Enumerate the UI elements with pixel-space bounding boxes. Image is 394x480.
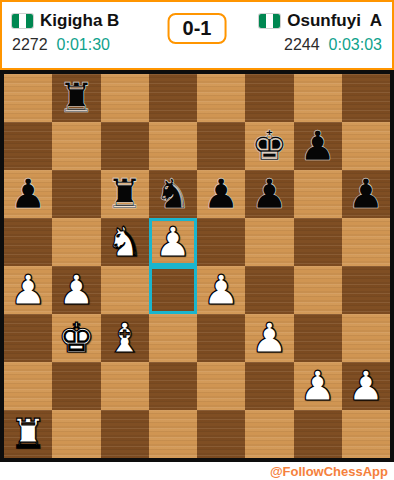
left-player-rating: 2272	[12, 36, 48, 54]
black-pawn-h6[interactable]: ♟	[347, 174, 384, 215]
right-player-panel: Osunfuyi A 2244 0:03:03	[259, 11, 382, 68]
game-header: Kigigha B 2272 0:01:30 0-1 Osunfuyi A 22…	[0, 0, 394, 70]
square-b1[interactable]	[52, 410, 100, 458]
white-pawn-d5[interactable]: ♟	[154, 222, 191, 263]
square-f6[interactable]: ♟	[245, 170, 293, 218]
square-h3[interactable]	[342, 314, 390, 362]
square-b8[interactable]: ♜	[52, 74, 100, 122]
square-c2[interactable]	[101, 362, 149, 410]
square-b3[interactable]: ♚	[52, 314, 100, 362]
white-pawn-h2[interactable]: ♟	[347, 366, 384, 407]
black-pawn-f6[interactable]: ♟	[251, 174, 288, 215]
right-player-rating: 2244	[284, 36, 320, 54]
square-c1[interactable]	[101, 410, 149, 458]
white-king-b3[interactable]: ♚	[58, 318, 95, 359]
square-f5[interactable]	[245, 218, 293, 266]
square-g1[interactable]	[294, 410, 342, 458]
left-player-name: Kigigha B	[40, 11, 119, 31]
square-g3[interactable]	[294, 314, 342, 362]
result-badge: 0-1	[168, 13, 227, 44]
square-e2[interactable]	[197, 362, 245, 410]
right-player-nameline: Osunfuyi A	[259, 11, 382, 31]
square-c8[interactable]	[101, 74, 149, 122]
square-d5[interactable]: ♟	[149, 218, 197, 266]
white-pawn-g2[interactable]: ♟	[299, 366, 336, 407]
square-f7[interactable]: ♚	[245, 122, 293, 170]
black-king-f7[interactable]: ♚	[251, 126, 288, 167]
square-c5[interactable]: ♞	[101, 218, 149, 266]
left-player-statline: 2272 0:01:30	[12, 36, 119, 54]
square-h5[interactable]	[342, 218, 390, 266]
nigeria-flag-icon	[12, 14, 33, 28]
square-f3[interactable]: ♟	[245, 314, 293, 362]
chess-board-frame: ♜♚♟♟♜♞♟♟♟♞♟♟♟♟♚♝♟♟♟♜	[0, 70, 394, 462]
chess-board: ♜♚♟♟♜♞♟♟♟♞♟♟♟♟♚♝♟♟♟♜	[4, 74, 390, 458]
nigeria-flag-icon	[259, 14, 280, 28]
square-a7[interactable]	[4, 122, 52, 170]
square-f8[interactable]	[245, 74, 293, 122]
square-g6[interactable]	[294, 170, 342, 218]
square-d1[interactable]	[149, 410, 197, 458]
square-g5[interactable]	[294, 218, 342, 266]
square-h8[interactable]	[342, 74, 390, 122]
square-b4[interactable]: ♟	[52, 266, 100, 314]
square-a4[interactable]: ♟	[4, 266, 52, 314]
square-g7[interactable]: ♟	[294, 122, 342, 170]
square-a2[interactable]	[4, 362, 52, 410]
square-h1[interactable]	[342, 410, 390, 458]
black-pawn-e6[interactable]: ♟	[203, 174, 240, 215]
right-player-name: Osunfuyi A	[287, 11, 382, 31]
square-a3[interactable]	[4, 314, 52, 362]
square-d3[interactable]	[149, 314, 197, 362]
white-rook-a1[interactable]: ♜	[10, 414, 47, 455]
square-f4[interactable]	[245, 266, 293, 314]
footer: @FollowChessApp	[0, 462, 394, 480]
square-h6[interactable]: ♟	[342, 170, 390, 218]
square-e7[interactable]	[197, 122, 245, 170]
square-b2[interactable]	[52, 362, 100, 410]
square-a6[interactable]: ♟	[4, 170, 52, 218]
square-e5[interactable]	[197, 218, 245, 266]
black-pawn-g7[interactable]: ♟	[299, 126, 336, 167]
black-pawn-a6[interactable]: ♟	[10, 174, 47, 215]
square-b6[interactable]	[52, 170, 100, 218]
square-a5[interactable]	[4, 218, 52, 266]
square-d7[interactable]	[149, 122, 197, 170]
square-h4[interactable]	[342, 266, 390, 314]
white-pawn-f3[interactable]: ♟	[251, 318, 288, 359]
square-c3[interactable]: ♝	[101, 314, 149, 362]
black-rook-c6[interactable]: ♜	[106, 174, 143, 215]
square-e4[interactable]: ♟	[197, 266, 245, 314]
square-b5[interactable]	[52, 218, 100, 266]
square-d6[interactable]: ♞	[149, 170, 197, 218]
square-d4[interactable]	[149, 266, 197, 314]
white-knight-c5[interactable]: ♞	[106, 222, 143, 263]
left-player-panel: Kigigha B 2272 0:01:30	[12, 11, 119, 68]
square-g2[interactable]: ♟	[294, 362, 342, 410]
square-e1[interactable]	[197, 410, 245, 458]
square-e6[interactable]: ♟	[197, 170, 245, 218]
square-g8[interactable]	[294, 74, 342, 122]
credit-watermark: @FollowChessApp	[270, 464, 388, 479]
white-pawn-a4[interactable]: ♟	[10, 270, 47, 311]
square-f2[interactable]	[245, 362, 293, 410]
white-pawn-b4[interactable]: ♟	[58, 270, 95, 311]
followchess-screenshot: Kigigha B 2272 0:01:30 0-1 Osunfuyi A 22…	[0, 0, 394, 480]
square-d8[interactable]	[149, 74, 197, 122]
square-d2[interactable]	[149, 362, 197, 410]
white-pawn-e4[interactable]: ♟	[203, 270, 240, 311]
left-player-nameline: Kigigha B	[12, 11, 119, 31]
square-e3[interactable]	[197, 314, 245, 362]
square-f1[interactable]	[245, 410, 293, 458]
square-g4[interactable]	[294, 266, 342, 314]
left-player-clock: 0:01:30	[57, 36, 110, 54]
square-c6[interactable]: ♜	[101, 170, 149, 218]
square-c4[interactable]	[101, 266, 149, 314]
square-h2[interactable]: ♟	[342, 362, 390, 410]
square-e8[interactable]	[197, 74, 245, 122]
black-knight-d6[interactable]: ♞	[154, 174, 191, 215]
square-b7[interactable]	[52, 122, 100, 170]
white-bishop-c3[interactable]: ♝	[106, 318, 143, 359]
square-a1[interactable]: ♜	[4, 410, 52, 458]
square-a8[interactable]	[4, 74, 52, 122]
right-player-statline: 2244 0:03:03	[259, 36, 382, 54]
right-player-clock: 0:03:03	[329, 36, 382, 54]
black-rook-b8[interactable]: ♜	[58, 78, 95, 119]
square-h7[interactable]	[342, 122, 390, 170]
square-c7[interactable]	[101, 122, 149, 170]
